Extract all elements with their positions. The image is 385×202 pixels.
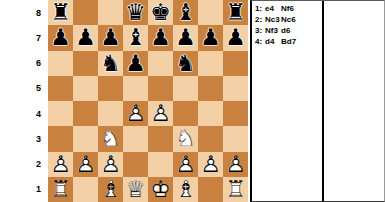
square-a4[interactable] <box>48 101 73 126</box>
square-d7[interactable]: ♝ <box>123 25 148 50</box>
piece-black-bishop: ♝ <box>123 25 148 50</box>
square-a2[interactable]: ♟♙ <box>48 152 73 177</box>
black-move: Nc6 <box>281 14 321 25</box>
rank-label-6: 6 <box>0 51 48 76</box>
square-b3[interactable] <box>73 126 98 151</box>
piece-white-queen: ♛♕ <box>123 177 148 202</box>
square-f6[interactable]: ♞ <box>173 51 198 76</box>
black-move: d6 <box>281 25 321 36</box>
piece-white-pawn: ♟♙ <box>198 152 223 177</box>
piece-black-knight: ♞ <box>98 51 123 76</box>
square-e5[interactable] <box>148 76 173 101</box>
square-h7[interactable]: ♟ <box>223 25 248 50</box>
square-c7[interactable]: ♟ <box>98 25 123 50</box>
square-g3[interactable] <box>198 126 223 151</box>
square-h4[interactable] <box>223 101 248 126</box>
square-g7[interactable]: ♟ <box>198 25 223 50</box>
square-c5[interactable] <box>98 76 123 101</box>
square-d4[interactable]: ♟♙ <box>123 101 148 126</box>
square-e2[interactable] <box>148 152 173 177</box>
square-d6[interactable]: ♟ <box>123 51 148 76</box>
move-number: 2: <box>255 14 265 25</box>
square-f8[interactable]: ♝ <box>173 0 198 25</box>
piece-white-pawn: ♟♙ <box>148 101 173 126</box>
empty-pane <box>324 1 384 201</box>
square-h2[interactable]: ♟♙ <box>223 152 248 177</box>
white-move: Nc3 <box>265 14 281 25</box>
square-a1[interactable]: ♜♖ <box>48 177 73 202</box>
square-f4[interactable] <box>173 101 198 126</box>
move-row-4: 4:d4Bd7 <box>255 36 321 47</box>
square-a5[interactable] <box>48 76 73 101</box>
piece-black-knight: ♞ <box>173 51 198 76</box>
square-c4[interactable] <box>98 101 123 126</box>
piece-white-bishop: ♝♗ <box>98 177 123 202</box>
square-h1[interactable]: ♜♖ <box>223 177 248 202</box>
piece-black-pawn: ♟ <box>223 25 248 50</box>
square-f3[interactable]: ♞♘ <box>173 126 198 151</box>
square-b8[interactable] <box>73 0 98 25</box>
white-move: Nf3 <box>265 25 281 36</box>
square-a3[interactable] <box>48 126 73 151</box>
square-e3[interactable] <box>148 126 173 151</box>
move-row-1: 1:e4Nf6 <box>255 3 321 14</box>
piece-black-pawn: ♟ <box>198 25 223 50</box>
square-e7[interactable]: ♟ <box>148 25 173 50</box>
chess-board: ♜♛♚♝♜♟♟♟♝♟♟♟♟♞♟♞♟♙♟♙♞♘♞♘♟♙♟♙♟♙♟♙♟♙♟♙♜♖♝♗… <box>48 0 248 202</box>
square-g5[interactable] <box>198 76 223 101</box>
square-d3[interactable] <box>123 126 148 151</box>
square-d8[interactable]: ♛ <box>123 0 148 25</box>
white-move: e4 <box>265 3 281 14</box>
square-g2[interactable]: ♟♙ <box>198 152 223 177</box>
rank-label-1: 1 <box>0 177 48 202</box>
move-number: 3: <box>255 25 265 36</box>
piece-black-king: ♚ <box>148 0 173 25</box>
rank-labels: 8 7 6 5 4 3 2 1 <box>0 0 48 202</box>
square-f2[interactable]: ♟♙ <box>173 152 198 177</box>
square-e4[interactable]: ♟♙ <box>148 101 173 126</box>
rank-label-3: 3 <box>0 126 48 151</box>
piece-white-bishop: ♝♗ <box>173 177 198 202</box>
piece-black-pawn: ♟ <box>123 51 148 76</box>
piece-white-pawn: ♟♙ <box>123 101 148 126</box>
rank-label-2: 2 <box>0 152 48 177</box>
piece-black-pawn: ♟ <box>98 25 123 50</box>
square-d5[interactable] <box>123 76 148 101</box>
piece-black-pawn: ♟ <box>48 25 73 50</box>
square-b4[interactable] <box>73 101 98 126</box>
square-e6[interactable] <box>148 51 173 76</box>
piece-white-pawn: ♟♙ <box>48 152 73 177</box>
square-c8[interactable] <box>98 0 123 25</box>
piece-black-pawn: ♟ <box>148 25 173 50</box>
square-f5[interactable] <box>173 76 198 101</box>
piece-white-knight: ♞♘ <box>173 126 198 151</box>
rank-label-4: 4 <box>0 101 48 126</box>
rank-label-8: 8 <box>0 0 48 25</box>
square-h5[interactable] <box>223 76 248 101</box>
square-c6[interactable]: ♞ <box>98 51 123 76</box>
piece-white-knight: ♞♘ <box>98 126 123 151</box>
square-g1[interactable] <box>198 177 223 202</box>
white-move: d4 <box>265 36 281 47</box>
square-d1[interactable]: ♛♕ <box>123 177 148 202</box>
piece-black-bishop: ♝ <box>173 0 198 25</box>
move-number: 1: <box>255 3 265 14</box>
square-c3[interactable]: ♞♘ <box>98 126 123 151</box>
square-f7[interactable]: ♟ <box>173 25 198 50</box>
move-list-panel: 1:e4Nf62:Nc3Nc63:Nf3d64:d4Bd7 <box>250 0 385 202</box>
piece-black-rook: ♜ <box>48 0 73 25</box>
square-c1[interactable]: ♝♗ <box>98 177 123 202</box>
move-number: 4: <box>255 36 265 47</box>
square-b1[interactable] <box>73 177 98 202</box>
square-b7[interactable]: ♟ <box>73 25 98 50</box>
piece-black-pawn: ♟ <box>173 25 198 50</box>
rank-label-5: 5 <box>0 76 48 101</box>
piece-white-pawn: ♟♙ <box>98 152 123 177</box>
piece-black-pawn: ♟ <box>73 25 98 50</box>
square-f1[interactable]: ♝♗ <box>173 177 198 202</box>
piece-black-rook: ♜ <box>223 0 248 25</box>
piece-white-king: ♚♔ <box>148 177 173 202</box>
square-h3[interactable] <box>223 126 248 151</box>
square-g4[interactable] <box>198 101 223 126</box>
square-a6[interactable] <box>48 51 73 76</box>
square-e1[interactable]: ♚♔ <box>148 177 173 202</box>
move-list: 1:e4Nf62:Nc3Nc63:Nf3d64:d4Bd7 <box>255 3 321 47</box>
black-move: Bd7 <box>281 36 321 47</box>
move-row-2: 2:Nc3Nc6 <box>255 14 321 25</box>
square-a7[interactable]: ♟ <box>48 25 73 50</box>
piece-white-rook: ♜♖ <box>223 177 248 202</box>
piece-white-pawn: ♟♙ <box>73 152 98 177</box>
square-d2[interactable] <box>123 152 148 177</box>
square-h6[interactable] <box>223 51 248 76</box>
piece-black-queen: ♛ <box>123 0 148 25</box>
square-b6[interactable] <box>73 51 98 76</box>
square-g8[interactable] <box>198 0 223 25</box>
piece-white-pawn: ♟♙ <box>173 152 198 177</box>
rank-label-7: 7 <box>0 25 48 50</box>
square-e8[interactable]: ♚ <box>148 0 173 25</box>
move-row-3: 3:Nf3d6 <box>255 25 321 36</box>
square-b2[interactable]: ♟♙ <box>73 152 98 177</box>
piece-white-rook: ♜♖ <box>48 177 73 202</box>
black-move: Nf6 <box>281 3 321 14</box>
square-b5[interactable] <box>73 76 98 101</box>
square-g6[interactable] <box>198 51 223 76</box>
square-c2[interactable]: ♟♙ <box>98 152 123 177</box>
piece-white-pawn: ♟♙ <box>223 152 248 177</box>
square-a8[interactable]: ♜ <box>48 0 73 25</box>
square-h8[interactable]: ♜ <box>223 0 248 25</box>
